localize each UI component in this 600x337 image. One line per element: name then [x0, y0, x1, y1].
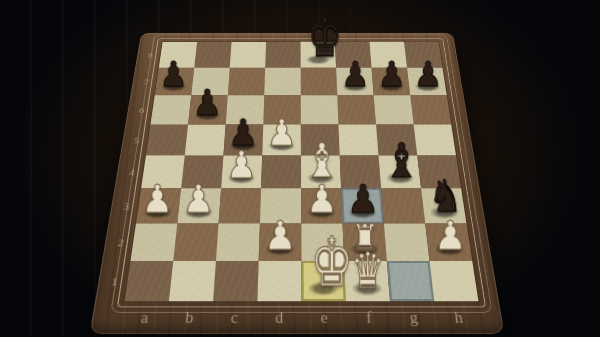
square-b6[interactable]: ♟ [188, 95, 228, 124]
square-d7[interactable] [264, 68, 300, 96]
file-label-h: h [434, 303, 483, 333]
square-f6[interactable] [337, 95, 376, 124]
square-g1[interactable] [387, 261, 434, 301]
square-a6[interactable] [151, 95, 192, 124]
rank-label-2: 2 [107, 223, 133, 261]
square-e1[interactable]: ♚ [301, 261, 345, 301]
piece-white-king[interactable]: ♚ [302, 228, 346, 296]
square-h6[interactable] [410, 95, 451, 124]
piece-black-pawn[interactable]: ♟ [410, 57, 446, 92]
piece-black-pawn[interactable]: ♟ [155, 57, 191, 92]
piece-white-pawn[interactable]: ♟ [137, 180, 178, 219]
chess-board-3d: 87654321 ♚♟♟♟♟♟♟♟♟♝♝♟♟♟♟♞♟♜♟♚♛ abcdefgh [89, 33, 504, 334]
table-background: 87654321 ♚♟♟♟♟♟♟♟♟♝♝♟♟♟♟♞♟♜♟♚♛ abcdefgh [0, 0, 600, 337]
square-e3[interactable]: ♟ [301, 188, 342, 223]
square-d4[interactable] [261, 155, 301, 188]
board-grid: ♚♟♟♟♟♟♟♟♟♝♝♟♟♟♟♞♟♜♟♚♛ [125, 42, 479, 301]
file-label-c: c [211, 303, 257, 333]
square-c3[interactable] [219, 188, 261, 223]
piece-black-king[interactable]: ♚ [301, 10, 336, 64]
file-label-f: f [346, 303, 393, 333]
piece-white-pawn[interactable]: ♟ [429, 216, 472, 256]
piece-black-pawn[interactable]: ♟ [342, 180, 383, 219]
square-f5[interactable] [338, 124, 378, 155]
piece-white-pawn[interactable]: ♟ [262, 115, 301, 152]
square-h1[interactable] [430, 261, 479, 301]
square-d2[interactable]: ♟ [259, 223, 302, 261]
square-c2[interactable] [216, 223, 260, 261]
square-a3[interactable]: ♟ [136, 188, 181, 223]
rank-label-7: 7 [135, 68, 157, 96]
file-labels: abcdefgh [120, 303, 483, 333]
square-b3[interactable]: ♟ [177, 188, 221, 223]
rank-label-5: 5 [125, 124, 148, 155]
square-a2[interactable] [131, 223, 178, 261]
piece-white-queen[interactable]: ♛ [346, 246, 390, 296]
board-scene: 87654321 ♚♟♟♟♟♟♟♟♟♝♝♟♟♟♟♞♟♜♟♚♛ abcdefgh [119, 0, 475, 337]
square-b2[interactable] [173, 223, 218, 261]
piece-white-pawn[interactable]: ♟ [221, 147, 261, 185]
piece-black-pawn[interactable]: ♟ [373, 57, 409, 92]
piece-black-bishop[interactable]: ♝ [381, 137, 421, 184]
board-frame: 87654321 ♚♟♟♟♟♟♟♟♟♝♝♟♟♟♟♞♟♜♟♚♛ abcdefgh [89, 33, 504, 334]
square-a5[interactable] [146, 124, 188, 155]
square-d1[interactable] [257, 261, 301, 301]
square-g3[interactable] [381, 188, 425, 223]
square-b1[interactable] [169, 261, 216, 301]
piece-white-pawn[interactable]: ♟ [178, 180, 219, 219]
square-e7[interactable] [301, 68, 338, 96]
square-g6[interactable] [374, 95, 414, 124]
file-label-b: b [165, 303, 213, 333]
square-f7[interactable]: ♟ [336, 68, 374, 96]
piece-white-pawn[interactable]: ♟ [301, 180, 342, 219]
square-b8[interactable] [194, 42, 231, 68]
square-d5[interactable]: ♟ [262, 124, 301, 155]
rank-label-1: 1 [101, 261, 129, 301]
square-e8[interactable]: ♚ [301, 42, 337, 68]
square-g7[interactable]: ♟ [372, 68, 411, 96]
square-h2[interactable]: ♟ [425, 223, 472, 261]
file-label-g: g [390, 303, 438, 333]
square-b5[interactable] [185, 124, 226, 155]
square-c4[interactable]: ♟ [221, 155, 262, 188]
square-e6[interactable] [301, 95, 339, 124]
rank-label-3: 3 [114, 188, 139, 223]
board-area: ♚♟♟♟♟♟♟♟♟♝♝♟♟♟♟♞♟♜♟♚♛ [125, 42, 479, 301]
piece-white-pawn[interactable]: ♟ [259, 216, 302, 256]
square-h7[interactable]: ♟ [407, 68, 447, 96]
square-g2[interactable] [384, 223, 430, 261]
square-f1[interactable]: ♛ [344, 261, 390, 301]
piece-black-pawn[interactable]: ♟ [188, 85, 225, 121]
file-label-a: a [120, 303, 169, 333]
square-g4[interactable]: ♝ [378, 155, 421, 188]
square-c8[interactable] [230, 42, 266, 68]
file-label-d: d [256, 303, 301, 333]
piece-black-pawn[interactable]: ♟ [337, 57, 373, 92]
square-a1[interactable] [125, 261, 174, 301]
square-d8[interactable] [265, 42, 300, 68]
rank-label-6: 6 [130, 95, 153, 124]
file-label-e: e [302, 303, 348, 333]
square-c7[interactable] [228, 68, 265, 96]
square-c1[interactable] [213, 261, 259, 301]
